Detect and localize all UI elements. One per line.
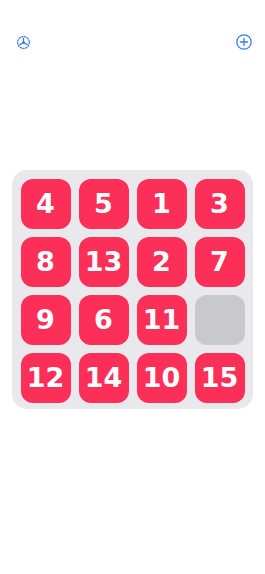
tile-4[interactable]: 4 — [21, 179, 71, 229]
tile-3[interactable]: 3 — [195, 179, 245, 229]
tile-14[interactable]: 14 — [79, 353, 129, 403]
tile-7[interactable]: 7 — [195, 237, 245, 287]
tile-15[interactable]: 15 — [195, 353, 245, 403]
tile-11[interactable]: 11 — [137, 295, 187, 345]
tile-9[interactable]: 9 — [21, 295, 71, 345]
tile-12[interactable]: 12 — [21, 353, 71, 403]
blank-cell — [195, 295, 245, 345]
tile-10[interactable]: 10 — [137, 353, 187, 403]
tile-8[interactable]: 8 — [21, 237, 71, 287]
tile-5[interactable]: 5 — [79, 179, 129, 229]
settings-button[interactable] — [13, 32, 33, 52]
tile-2[interactable]: 2 — [137, 237, 187, 287]
puzzle-board: 451381327961112141015 — [12, 170, 253, 409]
toolbar — [0, 32, 265, 52]
tile-13[interactable]: 13 — [79, 237, 129, 287]
plus-circle-icon — [235, 33, 253, 51]
tile-1[interactable]: 1 — [137, 179, 187, 229]
tile-6[interactable]: 6 — [79, 295, 129, 345]
add-button[interactable] — [234, 32, 254, 52]
gear-icon — [14, 33, 33, 52]
